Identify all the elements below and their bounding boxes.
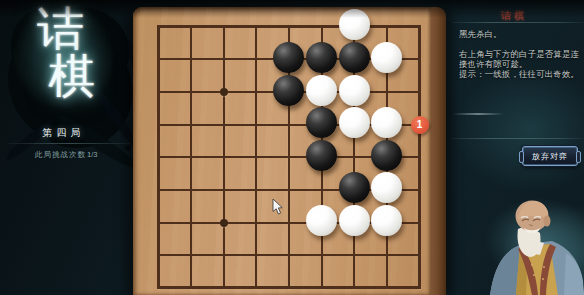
board-side-face [431, 7, 446, 295]
attempts-counter: 此局挑战次数： 1/3 [35, 150, 131, 160]
background-glow [470, 180, 584, 295]
white-stone [339, 205, 370, 236]
puzzle-goal-text: 黑先杀白。 [459, 29, 583, 39]
black-stone [306, 42, 337, 73]
black-stone [306, 107, 337, 138]
grid-line-horizontal [157, 286, 420, 289]
star-point [220, 88, 228, 96]
grid-line-vertical [418, 26, 421, 289]
left-divider [8, 143, 131, 144]
black-stone [371, 140, 402, 171]
calligraphy-char-jie: 诘 [37, 6, 84, 53]
white-stone [306, 205, 337, 236]
white-stone [371, 42, 402, 73]
attempts-value: 1/3 [87, 150, 97, 159]
white-stone [339, 107, 370, 138]
game-screen: 诘 棋 第四局 此局挑战次数： 1/3 1 诘棋 黑先杀白。 右上角与下方的白子… [0, 0, 584, 295]
go-board[interactable]: 1 [133, 7, 431, 295]
grid-line-horizontal [157, 254, 420, 256]
black-stone [273, 75, 304, 106]
white-stone [339, 75, 370, 106]
black-stone [339, 42, 370, 73]
board-grid[interactable]: 1 [158, 27, 419, 288]
star-point [220, 219, 228, 227]
light-streak [452, 113, 504, 115]
move-1-marker: 1 [411, 116, 429, 134]
puzzle-description-line2: ？也许有隙可趁。 [459, 59, 583, 69]
white-stone [306, 75, 337, 106]
puzzle-panel-title: 诘棋 [455, 9, 573, 23]
white-stone [339, 9, 370, 40]
black-stone [306, 140, 337, 171]
white-stone [371, 107, 402, 138]
white-stone [371, 205, 402, 236]
give-up-button[interactable]: 放弃对弈 [522, 146, 578, 166]
ink-splash-panel: 诘 棋 [0, 0, 150, 170]
white-stone [371, 172, 402, 203]
panel-divider-bottom [452, 138, 584, 139]
panel-divider-top [452, 22, 584, 23]
attempts-label: 此局挑战次数： [35, 150, 95, 159]
puzzle-hint-text: 提示：一线扳，往往可出奇效。 [459, 69, 583, 79]
black-stone [273, 42, 304, 73]
black-stone [339, 172, 370, 203]
calligraphy-char-qi: 棋 [48, 53, 95, 100]
round-label: 第四局 [0, 126, 127, 140]
npc-portrait [480, 195, 584, 295]
